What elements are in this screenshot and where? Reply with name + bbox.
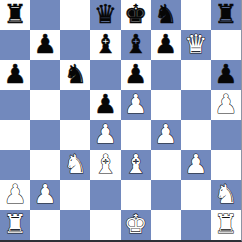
square-a3[interactable] bbox=[0, 150, 30, 180]
square-g6[interactable] bbox=[181, 60, 211, 90]
square-g5[interactable] bbox=[181, 90, 211, 120]
square-h5[interactable]: ♟ bbox=[211, 90, 241, 120]
square-b7[interactable]: ♟ bbox=[30, 30, 60, 60]
square-e5[interactable]: ♟ bbox=[121, 90, 151, 120]
square-g2[interactable] bbox=[181, 180, 211, 210]
square-c8[interactable] bbox=[60, 0, 90, 30]
square-a2[interactable]: ♟ bbox=[0, 180, 30, 210]
white-pawn-piece[interactable]: ♟ bbox=[184, 151, 207, 177]
square-h2[interactable]: ♞ bbox=[211, 180, 241, 210]
square-c2[interactable] bbox=[60, 180, 90, 210]
square-g7[interactable]: ♛ bbox=[181, 30, 211, 60]
square-e7[interactable]: ♝ bbox=[121, 30, 151, 60]
black-bishop-piece[interactable]: ♝ bbox=[124, 31, 147, 57]
square-f7[interactable]: ♟ bbox=[151, 30, 181, 60]
square-g8[interactable] bbox=[181, 0, 211, 30]
black-rook-piece[interactable]: ♜ bbox=[3, 1, 26, 27]
square-g3[interactable]: ♟ bbox=[181, 150, 211, 180]
black-knight-piece[interactable]: ♞ bbox=[154, 1, 177, 27]
square-f5[interactable] bbox=[151, 90, 181, 120]
square-d1[interactable] bbox=[90, 210, 120, 240]
square-g4[interactable] bbox=[181, 120, 211, 150]
square-a4[interactable] bbox=[0, 120, 30, 150]
square-a6[interactable]: ♟ bbox=[0, 60, 30, 90]
black-pawn-piece[interactable]: ♟ bbox=[214, 61, 237, 87]
square-h7[interactable] bbox=[211, 30, 241, 60]
square-b5[interactable] bbox=[30, 90, 60, 120]
white-bishop-piece[interactable]: ♝ bbox=[94, 151, 117, 177]
black-queen-piece[interactable]: ♛ bbox=[94, 1, 117, 27]
square-b4[interactable] bbox=[30, 120, 60, 150]
square-d2[interactable] bbox=[90, 180, 120, 210]
square-d7[interactable]: ♝ bbox=[90, 30, 120, 60]
black-pawn-piece[interactable]: ♟ bbox=[154, 31, 177, 57]
white-pawn-piece[interactable]: ♟ bbox=[214, 91, 237, 117]
white-pawn-piece[interactable]: ♟ bbox=[94, 121, 117, 147]
white-queen-piece[interactable]: ♛ bbox=[184, 31, 207, 57]
white-pawn-piece[interactable]: ♟ bbox=[154, 121, 177, 147]
white-rook-piece[interactable]: ♜ bbox=[3, 211, 26, 237]
square-c3[interactable]: ♞ bbox=[60, 150, 90, 180]
white-knight-piece[interactable]: ♞ bbox=[214, 181, 237, 207]
square-e3[interactable]: ♝ bbox=[121, 150, 151, 180]
square-b6[interactable] bbox=[30, 60, 60, 90]
square-d3[interactable]: ♝ bbox=[90, 150, 120, 180]
square-h6[interactable]: ♟ bbox=[211, 60, 241, 90]
square-f4[interactable]: ♟ bbox=[151, 120, 181, 150]
square-c1[interactable] bbox=[60, 210, 90, 240]
square-a7[interactable] bbox=[0, 30, 30, 60]
square-d6[interactable] bbox=[90, 60, 120, 90]
white-pawn-piece[interactable]: ♟ bbox=[34, 181, 57, 207]
square-g1[interactable] bbox=[181, 210, 211, 240]
white-pawn-piece[interactable]: ♟ bbox=[3, 181, 26, 207]
white-bishop-piece[interactable]: ♝ bbox=[124, 151, 147, 177]
square-f6[interactable] bbox=[151, 60, 181, 90]
square-d5[interactable]: ♟ bbox=[90, 90, 120, 120]
square-h3[interactable] bbox=[211, 150, 241, 180]
black-knight-piece[interactable]: ♞ bbox=[64, 61, 87, 87]
square-b2[interactable]: ♟ bbox=[30, 180, 60, 210]
square-d8[interactable]: ♛ bbox=[90, 0, 120, 30]
white-pawn-piece[interactable]: ♟ bbox=[124, 91, 147, 117]
square-c7[interactable] bbox=[60, 30, 90, 60]
square-c4[interactable] bbox=[60, 120, 90, 150]
square-c5[interactable] bbox=[60, 90, 90, 120]
square-h4[interactable] bbox=[211, 120, 241, 150]
white-rook-piece[interactable]: ♜ bbox=[214, 211, 237, 237]
square-e6[interactable]: ♟ bbox=[121, 60, 151, 90]
black-bishop-piece[interactable]: ♝ bbox=[94, 31, 117, 57]
square-e4[interactable] bbox=[121, 120, 151, 150]
square-a8[interactable]: ♜ bbox=[0, 0, 30, 30]
square-e8[interactable]: ♚ bbox=[121, 0, 151, 30]
white-knight-piece[interactable]: ♞ bbox=[64, 151, 87, 177]
square-h1[interactable]: ♜ bbox=[211, 210, 241, 240]
square-a5[interactable] bbox=[0, 90, 30, 120]
white-king-piece[interactable]: ♚ bbox=[124, 211, 147, 237]
square-e2[interactable] bbox=[121, 180, 151, 210]
chess-board: ♜♛♚♞♜♟♝♝♟♛♟♞♟♟♟♟♟♟♟♞♝♝♟♟♟♞♜♚♜ bbox=[0, 0, 242, 242]
square-f3[interactable] bbox=[151, 150, 181, 180]
square-a1[interactable]: ♜ bbox=[0, 210, 30, 240]
square-e1[interactable]: ♚ bbox=[121, 210, 151, 240]
chess-board-wrap: ♜♛♚♞♜♟♝♝♟♛♟♞♟♟♟♟♟♟♟♞♝♝♟♟♟♞♜♚♜ bbox=[0, 0, 242, 242]
square-b3[interactable] bbox=[30, 150, 60, 180]
square-f2[interactable] bbox=[151, 180, 181, 210]
square-b8[interactable] bbox=[30, 0, 60, 30]
black-pawn-piece[interactable]: ♟ bbox=[94, 91, 117, 117]
black-rook-piece[interactable]: ♜ bbox=[214, 1, 237, 27]
black-king-piece[interactable]: ♚ bbox=[124, 1, 147, 27]
black-pawn-piece[interactable]: ♟ bbox=[124, 61, 147, 87]
black-pawn-piece[interactable]: ♟ bbox=[34, 31, 57, 57]
square-c6[interactable]: ♞ bbox=[60, 60, 90, 90]
square-d4[interactable]: ♟ bbox=[90, 120, 120, 150]
black-pawn-piece[interactable]: ♟ bbox=[3, 61, 26, 87]
square-h8[interactable]: ♜ bbox=[211, 0, 241, 30]
square-f1[interactable] bbox=[151, 210, 181, 240]
square-b1[interactable] bbox=[30, 210, 60, 240]
square-f8[interactable]: ♞ bbox=[151, 0, 181, 30]
